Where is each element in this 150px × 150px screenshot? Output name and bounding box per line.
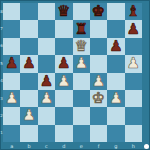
square-d4[interactable]: ♟ — [55, 73, 72, 90]
square-f5[interactable] — [90, 55, 107, 72]
square-b8[interactable] — [20, 3, 37, 20]
rank-labels: 87654321 — [0, 3, 3, 142]
square-f6[interactable] — [90, 38, 107, 55]
square-b1[interactable] — [20, 125, 37, 142]
square-b2[interactable]: ♟ — [20, 107, 37, 124]
piece-black-pawn[interactable]: ♟ — [109, 38, 122, 53]
square-h7[interactable]: ♟ — [125, 20, 142, 37]
square-e2[interactable] — [73, 107, 90, 124]
square-d5[interactable]: ♟ — [55, 55, 72, 72]
square-d2[interactable] — [55, 107, 72, 124]
piece-white-pawn[interactable]: ♟ — [22, 108, 35, 123]
piece-white-pawn[interactable]: ♟ — [40, 91, 53, 106]
square-c1[interactable] — [38, 125, 55, 142]
piece-black-pawn[interactable]: ♟ — [127, 21, 140, 36]
piece-white-pawn[interactable]: ♟ — [127, 56, 140, 71]
piece-white-pawn[interactable]: ♟ — [109, 91, 122, 106]
square-h2[interactable] — [125, 107, 142, 124]
chess-board: ♛♚♝♜♟♛♟♟♟♟♟♟♟♟♟♟♟♚♟♟ 87654321 abcdefgh — [0, 0, 150, 150]
square-b3[interactable] — [20, 90, 37, 107]
piece-white-pawn[interactable]: ♟ — [74, 56, 87, 71]
square-f7[interactable] — [90, 20, 107, 37]
square-h8[interactable]: ♝ — [125, 3, 142, 20]
square-h5[interactable]: ♟ — [125, 55, 142, 72]
file-label-b: b — [20, 144, 37, 149]
file-label-h: h — [125, 144, 142, 149]
piece-white-pawn[interactable]: ♟ — [57, 73, 70, 88]
rank-label-6: 6 — [0, 44, 3, 48]
square-d6[interactable] — [55, 38, 72, 55]
rank-label-1: 1 — [0, 131, 3, 135]
square-c7[interactable] — [38, 20, 55, 37]
square-f8[interactable]: ♚ — [90, 3, 107, 20]
square-g1[interactable] — [107, 125, 124, 142]
rank-label-3: 3 — [0, 97, 3, 101]
square-g5[interactable] — [107, 55, 124, 72]
white-to-move-indicator — [144, 144, 149, 149]
square-a3[interactable]: ♟ — [3, 90, 20, 107]
piece-black-pawn[interactable]: ♟ — [57, 56, 70, 71]
square-g6[interactable]: ♟ — [107, 38, 124, 55]
square-a5[interactable]: ♟ — [3, 55, 20, 72]
file-labels: abcdefgh — [3, 142, 142, 150]
file-label-g: g — [107, 144, 124, 149]
rank-label-5: 5 — [0, 62, 3, 66]
square-g7[interactable] — [107, 20, 124, 37]
square-a1[interactable] — [3, 125, 20, 142]
square-h1[interactable] — [125, 125, 142, 142]
file-label-e: e — [73, 144, 90, 149]
square-e8[interactable] — [73, 3, 90, 20]
square-f2[interactable] — [90, 107, 107, 124]
piece-black-king[interactable]: ♚ — [92, 4, 105, 19]
square-h6[interactable] — [125, 38, 142, 55]
square-f4[interactable]: ♟ — [90, 73, 107, 90]
file-label-f: f — [90, 144, 107, 149]
square-e3[interactable] — [73, 90, 90, 107]
square-e1[interactable] — [73, 125, 90, 142]
square-g2[interactable] — [107, 107, 124, 124]
file-label-a: a — [3, 144, 20, 149]
square-b7[interactable] — [20, 20, 37, 37]
file-label-d: d — [55, 144, 72, 149]
square-c8[interactable] — [38, 3, 55, 20]
square-g4[interactable] — [107, 73, 124, 90]
square-f3[interactable]: ♚ — [90, 90, 107, 107]
rank-label-7: 7 — [0, 27, 3, 31]
square-d3[interactable] — [55, 90, 72, 107]
rank-label-4: 4 — [0, 79, 3, 83]
square-a8[interactable] — [3, 3, 20, 20]
square-g8[interactable] — [107, 3, 124, 20]
square-g3[interactable]: ♟ — [107, 90, 124, 107]
rank-label-8: 8 — [0, 10, 3, 14]
square-b4[interactable] — [20, 73, 37, 90]
square-c4[interactable]: ♟ — [38, 73, 55, 90]
square-c3[interactable]: ♟ — [38, 90, 55, 107]
square-e7[interactable]: ♜ — [73, 20, 90, 37]
square-e6[interactable]: ♛ — [73, 38, 90, 55]
piece-black-pawn[interactable]: ♟ — [40, 73, 53, 88]
square-b5[interactable]: ♟ — [20, 55, 37, 72]
piece-black-pawn[interactable]: ♟ — [22, 56, 35, 71]
rank-label-2: 2 — [0, 114, 3, 118]
piece-white-pawn[interactable]: ♟ — [5, 91, 18, 106]
square-f1[interactable] — [90, 125, 107, 142]
square-h4[interactable] — [125, 73, 142, 90]
square-c5[interactable] — [38, 55, 55, 72]
square-a2[interactable] — [3, 107, 20, 124]
square-a7[interactable] — [3, 20, 20, 37]
piece-white-king[interactable]: ♚ — [92, 91, 105, 106]
piece-white-pawn[interactable]: ♟ — [92, 73, 105, 88]
board-grid: ♛♚♝♜♟♛♟♟♟♟♟♟♟♟♟♟♟♚♟♟ — [3, 3, 142, 142]
square-e4[interactable] — [73, 73, 90, 90]
square-a6[interactable] — [3, 38, 20, 55]
square-d7[interactable] — [55, 20, 72, 37]
square-h3[interactable] — [125, 90, 142, 107]
piece-black-bishop[interactable]: ♝ — [127, 4, 140, 19]
piece-black-rook[interactable]: ♜ — [74, 21, 87, 36]
square-c2[interactable] — [38, 107, 55, 124]
square-e5[interactable]: ♟ — [73, 55, 90, 72]
square-a4[interactable] — [3, 73, 20, 90]
piece-black-pawn[interactable]: ♟ — [5, 56, 18, 71]
piece-black-queen[interactable]: ♛ — [57, 4, 70, 19]
square-d8[interactable]: ♛ — [55, 3, 72, 20]
file-label-c: c — [38, 144, 55, 149]
square-c6[interactable] — [38, 38, 55, 55]
square-d1[interactable] — [55, 125, 72, 142]
piece-white-queen[interactable]: ♛ — [74, 38, 87, 53]
square-b6[interactable] — [20, 38, 37, 55]
